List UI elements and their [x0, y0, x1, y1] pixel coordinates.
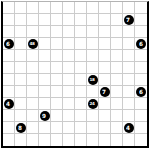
cell-r6c2[interactable] — [27, 74, 39, 86]
cell-r7c5[interactable] — [63, 86, 75, 98]
cell-r11c7[interactable] — [87, 134, 99, 146]
cell-r6c7[interactable]: 18 — [87, 74, 99, 86]
cell-r11c5[interactable] — [63, 134, 75, 146]
cell-r1c2[interactable] — [27, 14, 39, 26]
cell-r8c9[interactable] — [111, 98, 123, 110]
cell-r2c9[interactable] — [111, 26, 123, 38]
stone-number-label: 8 — [19, 125, 23, 131]
cell-r2c7[interactable] — [87, 26, 99, 38]
cell-r2c10[interactable] — [123, 26, 135, 38]
stone-number-label: 18 — [90, 77, 95, 81]
cell-r8c7[interactable]: 24 — [87, 98, 99, 110]
cell-r5c9[interactable] — [111, 62, 123, 74]
cell-r2c4[interactable] — [51, 26, 63, 38]
cell-r5c4[interactable] — [51, 62, 63, 74]
cell-r1c4[interactable] — [51, 14, 63, 26]
numbered-black-stone[interactable]: 8 — [16, 123, 26, 133]
cell-r5c0[interactable] — [3, 62, 15, 74]
cell-r11c6[interactable] — [75, 134, 87, 146]
cell-r3c5[interactable] — [63, 38, 75, 50]
cell-r7c7[interactable] — [87, 86, 99, 98]
cell-r10c1[interactable]: 8 — [15, 122, 27, 134]
numbered-black-stone[interactable]: 6 — [4, 39, 14, 49]
cell-r9c0[interactable] — [3, 110, 15, 122]
stone-number-label: 24 — [90, 101, 95, 105]
cell-r2c2[interactable] — [27, 26, 39, 38]
cell-r3c7[interactable] — [87, 38, 99, 50]
cell-r4c2[interactable] — [27, 50, 39, 62]
cell-r10c5[interactable] — [63, 122, 75, 134]
cell-r0c9[interactable] — [111, 2, 123, 14]
cell-r4c6[interactable] — [75, 50, 87, 62]
cell-r4c7[interactable] — [87, 50, 99, 62]
cell-r7c11[interactable]: 6 — [135, 86, 147, 98]
cell-r4c11[interactable] — [135, 50, 147, 62]
cell-r1c1[interactable] — [15, 14, 27, 26]
cell-r7c4[interactable] — [51, 86, 63, 98]
cell-r3c6[interactable] — [75, 38, 87, 50]
cell-r6c1[interactable] — [15, 74, 27, 86]
cell-r5c11[interactable] — [135, 62, 147, 74]
cell-r10c2[interactable] — [27, 122, 39, 134]
cell-r0c10[interactable] — [123, 2, 135, 14]
cell-r4c5[interactable] — [63, 50, 75, 62]
cell-r9c7[interactable] — [87, 110, 99, 122]
cell-r1c9[interactable] — [111, 14, 123, 26]
cell-r10c3[interactable] — [39, 122, 51, 134]
cell-r2c0[interactable] — [3, 26, 15, 38]
stone-number-label: 7 — [103, 89, 107, 95]
cell-r9c1[interactable] — [15, 110, 27, 122]
cell-r1c0[interactable] — [3, 14, 15, 26]
cell-r0c11[interactable] — [135, 2, 147, 14]
stone-number-label: 6 — [7, 41, 11, 47]
cell-r0c0[interactable] — [3, 2, 15, 14]
numbered-black-stone[interactable]: 24 — [88, 99, 98, 109]
stone-number-label: 4 — [7, 101, 11, 107]
cell-r10c6[interactable] — [75, 122, 87, 134]
cell-r7c10[interactable] — [123, 86, 135, 98]
cell-r3c4[interactable] — [51, 38, 63, 50]
cell-r3c3[interactable] — [39, 38, 51, 50]
cell-r0c4[interactable] — [51, 2, 63, 14]
cell-r3c9[interactable] — [111, 38, 123, 50]
numbered-black-stone[interactable]: 48 — [28, 39, 38, 49]
cell-r6c10[interactable] — [123, 74, 135, 86]
cell-r2c5[interactable] — [63, 26, 75, 38]
cell-r4c8[interactable] — [99, 50, 111, 62]
cell-r11c9[interactable] — [111, 134, 123, 146]
cell-r6c8[interactable] — [99, 74, 111, 86]
cell-r0c7[interactable] — [87, 2, 99, 14]
cell-r5c5[interactable] — [63, 62, 75, 74]
stone-number-label: 6 — [139, 89, 143, 95]
cell-r8c8[interactable] — [99, 98, 111, 110]
cell-r11c10[interactable] — [123, 134, 135, 146]
stone-number-label: 9 — [43, 113, 47, 119]
cell-r11c0[interactable] — [3, 134, 15, 146]
cell-r7c8[interactable]: 7 — [99, 86, 111, 98]
cell-r3c10[interactable] — [123, 38, 135, 50]
numbered-black-stone[interactable]: 7 — [100, 87, 110, 97]
cell-r5c2[interactable] — [27, 62, 39, 74]
cell-r1c5[interactable] — [63, 14, 75, 26]
cell-r11c11[interactable] — [135, 134, 147, 146]
cell-r11c4[interactable] — [51, 134, 63, 146]
cell-r4c4[interactable] — [51, 50, 63, 62]
cell-r3c11[interactable]: 6 — [135, 38, 147, 50]
cell-r2c8[interactable] — [99, 26, 111, 38]
puzzle-board: 764861876424984 — [1, 1, 149, 148]
cell-r5c1[interactable] — [15, 62, 27, 74]
cell-r0c2[interactable] — [27, 2, 39, 14]
numbered-black-stone[interactable]: 18 — [88, 75, 98, 85]
cell-r4c10[interactable] — [123, 50, 135, 62]
cell-r1c3[interactable] — [39, 14, 51, 26]
cell-r9c5[interactable] — [63, 110, 75, 122]
cell-r1c10[interactable]: 7 — [123, 14, 135, 26]
cell-r9c3[interactable]: 9 — [39, 110, 51, 122]
cell-r10c10[interactable]: 4 — [123, 122, 135, 134]
cell-r9c6[interactable] — [75, 110, 87, 122]
cell-r0c3[interactable] — [39, 2, 51, 14]
cell-r4c1[interactable] — [15, 50, 27, 62]
cell-r6c0[interactable] — [3, 74, 15, 86]
cell-r0c8[interactable] — [99, 2, 111, 14]
cell-r0c1[interactable] — [15, 2, 27, 14]
cell-r1c6[interactable] — [75, 14, 87, 26]
cell-r10c11[interactable] — [135, 122, 147, 134]
cell-r10c9[interactable] — [111, 122, 123, 134]
cell-r5c10[interactable] — [123, 62, 135, 74]
cell-r3c8[interactable] — [99, 38, 111, 50]
puzzle-page: 764861876424984 — [0, 0, 150, 150]
cell-r7c2[interactable] — [27, 86, 39, 98]
numbered-black-stone[interactable]: 6 — [136, 39, 146, 49]
cell-r8c6[interactable] — [75, 98, 87, 110]
cell-r6c4[interactable] — [51, 74, 63, 86]
cell-r7c6[interactable] — [75, 86, 87, 98]
stone-number-label: 4 — [127, 125, 131, 131]
cell-r0c5[interactable] — [63, 2, 75, 14]
cell-r8c11[interactable] — [135, 98, 147, 110]
cell-r10c0[interactable] — [3, 122, 15, 134]
cell-r9c9[interactable] — [111, 110, 123, 122]
cell-r7c3[interactable] — [39, 86, 51, 98]
cell-r8c3[interactable] — [39, 98, 51, 110]
numbered-black-stone[interactable]: 4 — [4, 99, 14, 109]
cell-r5c8[interactable] — [99, 62, 111, 74]
cell-r5c7[interactable] — [87, 62, 99, 74]
cell-r6c9[interactable] — [111, 74, 123, 86]
cell-r8c10[interactable] — [123, 98, 135, 110]
cell-r4c9[interactable] — [111, 50, 123, 62]
cell-r1c8[interactable] — [99, 14, 111, 26]
cell-r9c10[interactable] — [123, 110, 135, 122]
cell-r2c6[interactable] — [75, 26, 87, 38]
stone-number-label: 48 — [30, 41, 35, 45]
cell-r4c0[interactable] — [3, 50, 15, 62]
cell-r9c8[interactable] — [99, 110, 111, 122]
cell-r2c11[interactable] — [135, 26, 147, 38]
cell-r6c3[interactable] — [39, 74, 51, 86]
cell-r6c5[interactable] — [63, 74, 75, 86]
cell-r6c11[interactable] — [135, 74, 147, 86]
cell-r4c3[interactable] — [39, 50, 51, 62]
cell-r7c9[interactable] — [111, 86, 123, 98]
cell-r3c0[interactable]: 6 — [3, 38, 15, 50]
cell-r8c0[interactable]: 4 — [3, 98, 15, 110]
cell-r10c4[interactable] — [51, 122, 63, 134]
cell-r8c1[interactable] — [15, 98, 27, 110]
cell-r8c2[interactable] — [27, 98, 39, 110]
cell-r11c3[interactable] — [39, 134, 51, 146]
cell-r1c11[interactable] — [135, 14, 147, 26]
cell-r9c2[interactable] — [27, 110, 39, 122]
cell-r5c6[interactable] — [75, 62, 87, 74]
cell-r8c4[interactable] — [51, 98, 63, 110]
cell-r9c4[interactable] — [51, 110, 63, 122]
cell-r11c2[interactable] — [27, 134, 39, 146]
stone-number-label: 6 — [139, 41, 143, 47]
stone-number-label: 7 — [127, 17, 131, 23]
numbered-black-stone[interactable]: 4 — [124, 123, 134, 133]
cell-r9c11[interactable] — [135, 110, 147, 122]
cell-r1c7[interactable] — [87, 14, 99, 26]
cell-r3c1[interactable] — [15, 38, 27, 50]
cell-r10c8[interactable] — [99, 122, 111, 134]
cell-r8c5[interactable] — [63, 98, 75, 110]
cell-r11c1[interactable] — [15, 134, 27, 146]
cell-r7c1[interactable] — [15, 86, 27, 98]
cell-r6c6[interactable] — [75, 74, 87, 86]
cell-r5c3[interactable] — [39, 62, 51, 74]
cell-r2c3[interactable] — [39, 26, 51, 38]
cell-r11c8[interactable] — [99, 134, 111, 146]
cell-r3c2[interactable]: 48 — [27, 38, 39, 50]
numbered-black-stone[interactable]: 6 — [136, 87, 146, 97]
numbered-black-stone[interactable]: 7 — [124, 15, 134, 25]
cell-r7c0[interactable] — [3, 86, 15, 98]
cell-r0c6[interactable] — [75, 2, 87, 14]
cell-r2c1[interactable] — [15, 26, 27, 38]
cell-r10c7[interactable] — [87, 122, 99, 134]
numbered-black-stone[interactable]: 9 — [40, 111, 50, 121]
